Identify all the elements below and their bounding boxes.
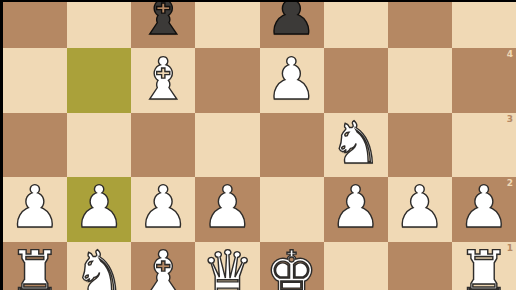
- square-g3[interactable]: [388, 113, 452, 177]
- piece-white-king[interactable]: ♚: [266, 240, 318, 290]
- square-c4[interactable]: ♝: [131, 48, 195, 112]
- square-e1[interactable]: ♚: [260, 242, 324, 290]
- chess-board[interactable]: ♝♟♝♟4♞3♟♟♟♟♟♟♟2♜♞♝♛♚♜1: [3, 0, 516, 290]
- square-f1[interactable]: [324, 242, 388, 290]
- letterbox-left-bar: [0, 0, 3, 290]
- square-f4[interactable]: [324, 48, 388, 112]
- square-b2[interactable]: ♟: [67, 177, 131, 241]
- square-d3[interactable]: [195, 113, 259, 177]
- piece-white-rook[interactable]: ♜: [458, 240, 510, 290]
- square-b3[interactable]: [67, 113, 131, 177]
- rank-label-3: 3: [507, 115, 513, 124]
- square-g5[interactable]: [388, 0, 452, 48]
- piece-white-pawn[interactable]: ♟: [266, 47, 318, 111]
- square-d5[interactable]: [195, 0, 259, 48]
- square-g2[interactable]: ♟: [388, 177, 452, 241]
- square-e5[interactable]: ♟: [260, 0, 324, 48]
- square-c1[interactable]: ♝: [131, 242, 195, 290]
- square-f2[interactable]: ♟: [324, 177, 388, 241]
- square-d1[interactable]: ♛: [195, 242, 259, 290]
- piece-white-pawn[interactable]: ♟: [9, 175, 61, 239]
- square-f3[interactable]: ♞: [324, 113, 388, 177]
- piece-white-bishop[interactable]: ♝: [137, 47, 189, 111]
- piece-white-pawn[interactable]: ♟: [458, 175, 510, 239]
- piece-white-pawn[interactable]: ♟: [201, 175, 253, 239]
- piece-white-knight[interactable]: ♞: [73, 240, 125, 290]
- piece-white-pawn[interactable]: ♟: [394, 175, 446, 239]
- square-c5[interactable]: ♝: [131, 0, 195, 48]
- square-a1[interactable]: ♜: [3, 242, 67, 290]
- piece-white-pawn[interactable]: ♟: [137, 175, 189, 239]
- piece-white-queen[interactable]: ♛: [201, 240, 253, 290]
- letterbox-top-bar: [0, 0, 516, 2]
- square-c3[interactable]: [131, 113, 195, 177]
- square-c2[interactable]: ♟: [131, 177, 195, 241]
- square-b4[interactable]: [67, 48, 131, 112]
- square-g4[interactable]: [388, 48, 452, 112]
- square-e2[interactable]: [260, 177, 324, 241]
- square-e4[interactable]: ♟: [260, 48, 324, 112]
- square-g1[interactable]: [388, 242, 452, 290]
- square-f5[interactable]: [324, 0, 388, 48]
- rank-label-1: 1: [507, 244, 513, 253]
- piece-white-pawn[interactable]: ♟: [73, 175, 125, 239]
- square-h3[interactable]: 3: [452, 113, 516, 177]
- piece-white-bishop[interactable]: ♝: [137, 240, 189, 290]
- square-h5[interactable]: [452, 0, 516, 48]
- piece-white-pawn[interactable]: ♟: [330, 175, 382, 239]
- square-d2[interactable]: ♟: [195, 177, 259, 241]
- piece-black-pawn[interactable]: ♟: [266, 0, 318, 46]
- piece-white-rook[interactable]: ♜: [9, 240, 61, 290]
- chess-app-screen: ♝♟♝♟4♞3♟♟♟♟♟♟♟2♜♞♝♛♚♜1: [0, 0, 516, 290]
- rank-label-4: 4: [507, 50, 513, 59]
- square-h1[interactable]: ♜1: [452, 242, 516, 290]
- square-e3[interactable]: [260, 113, 324, 177]
- piece-white-knight[interactable]: ♞: [330, 111, 382, 175]
- square-h2[interactable]: ♟2: [452, 177, 516, 241]
- square-d4[interactable]: [195, 48, 259, 112]
- square-a4[interactable]: [3, 48, 67, 112]
- square-h4[interactable]: 4: [452, 48, 516, 112]
- rank-label-2: 2: [507, 179, 513, 188]
- square-a2[interactable]: ♟: [3, 177, 67, 241]
- square-a3[interactable]: [3, 113, 67, 177]
- square-b5[interactable]: [67, 0, 131, 48]
- square-a5[interactable]: [3, 0, 67, 48]
- piece-black-bishop[interactable]: ♝: [137, 0, 189, 46]
- square-b1[interactable]: ♞: [67, 242, 131, 290]
